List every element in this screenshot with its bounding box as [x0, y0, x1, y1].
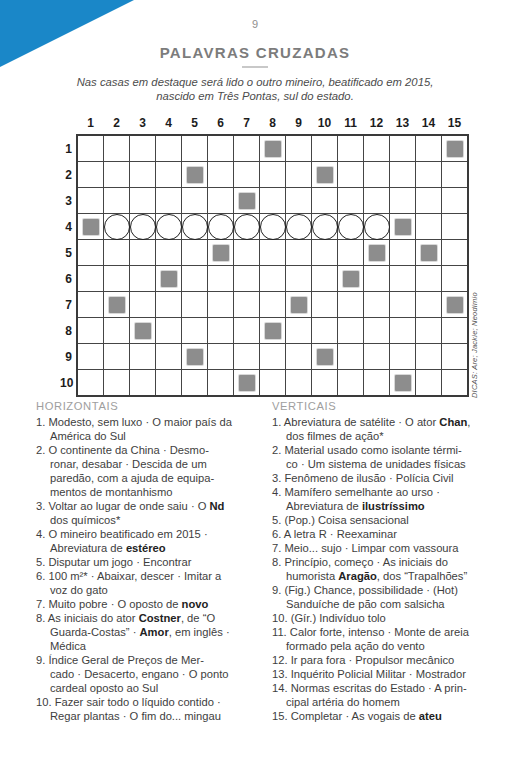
clue-number: 6.	[272, 528, 284, 540]
cell-r3-c4[interactable]	[156, 188, 181, 213]
cell-r3-c12[interactable]	[364, 188, 389, 213]
blocked-cell-marker	[291, 297, 307, 313]
cell-r10-c13	[390, 370, 415, 395]
cell-r5-c1[interactable]	[78, 240, 103, 265]
cell-r1-c8	[260, 136, 285, 161]
clue-number: 2.	[36, 444, 48, 456]
cell-r6-c3[interactable]	[130, 266, 155, 291]
clue-number: 13.	[272, 668, 291, 680]
clue-text: Calor forte, intenso · Monte de areia fo…	[286, 626, 469, 652]
column-label: 11	[338, 113, 363, 134]
cell-r2-c8[interactable]	[260, 162, 285, 187]
row-label: 6	[60, 266, 76, 292]
cell-r2-c15[interactable]	[442, 162, 467, 187]
clues-horizontais: HORIZONTAIS 1. Modesto, sem luxo · O mai…	[36, 400, 264, 723]
cell-r10-c7	[234, 370, 259, 395]
clue-number: 4.	[36, 528, 48, 540]
clue-text: Ir para fora · Propulsor mecânico	[291, 654, 455, 666]
cell-r9-c5	[182, 344, 207, 369]
cell-r6-c14[interactable]	[416, 266, 441, 291]
cell-r4-c7[interactable]	[234, 214, 259, 239]
highlight-circle	[364, 214, 390, 240]
cell-r1-c7[interactable]	[234, 136, 259, 161]
row-label: 2	[60, 162, 76, 188]
row-label: 5	[60, 240, 76, 266]
cell-r10-c2[interactable]	[104, 370, 129, 395]
clue-item: 7. Meio... sujo · Limpar com vassoura	[272, 541, 500, 555]
clue-text: Normas escritas do Estado · A prin- cipa…	[286, 682, 467, 708]
cell-r5-c3[interactable]	[130, 240, 155, 265]
clue-item: 10. (Gír.) Indivíduo tolo	[272, 611, 500, 625]
cell-r2-c11[interactable]	[338, 162, 363, 187]
cell-r7-c9	[286, 292, 311, 317]
clue-number: 6.	[36, 570, 48, 582]
cell-r4-c14[interactable]	[416, 214, 441, 239]
cell-r1-c14[interactable]	[416, 136, 441, 161]
clue-number: 9.	[36, 654, 48, 666]
column-label: 7	[234, 113, 259, 134]
cell-r7-c10[interactable]	[312, 292, 337, 317]
cell-r9-c13[interactable]	[390, 344, 415, 369]
clue-text: Abreviatura de satélite · O ator Chan, d…	[284, 416, 471, 442]
blocked-cell-marker	[395, 375, 411, 391]
cell-r4-c2[interactable]	[104, 214, 129, 239]
cell-r2-c1[interactable]	[78, 162, 103, 187]
row-label: 7	[60, 292, 76, 318]
cell-r5-c4[interactable]	[156, 240, 181, 265]
cell-r8-c12[interactable]	[364, 318, 389, 343]
cell-r4-c3[interactable]	[130, 214, 155, 239]
clues-verticais: VERTICAIS 1. Abreviatura de satélite · O…	[272, 400, 500, 723]
cell-r1-c15	[442, 136, 467, 161]
blocked-cell-marker	[265, 323, 281, 339]
blocked-cell-marker	[83, 219, 99, 235]
cell-r10-c4[interactable]	[156, 370, 181, 395]
cell-r6-c2[interactable]	[104, 266, 129, 291]
cell-r7-c13[interactable]	[390, 292, 415, 317]
clue-item: 13. Inquérito Policial Militar · Mostrad…	[272, 667, 500, 681]
clue-text: Completar · As vogais de ateu	[291, 710, 442, 722]
clue-item: 9. (Fig.) Chance, possibilidade · (Hot) …	[272, 583, 500, 611]
cell-r7-c11[interactable]	[338, 292, 363, 317]
clue-text: Material usado como isolante térmi- co ·…	[284, 444, 465, 470]
cell-r5-c14	[416, 240, 441, 265]
clues-verticais-header: VERTICAIS	[272, 400, 500, 412]
highlight-circle	[156, 214, 182, 240]
clue-number: 5.	[272, 514, 284, 526]
clue-number: 7.	[36, 598, 48, 610]
cell-r1-c6[interactable]	[208, 136, 233, 161]
cell-r6-c8[interactable]	[260, 266, 285, 291]
cell-r8-c2[interactable]	[104, 318, 129, 343]
clue-text: O mineiro beatificado em 2015 · Abreviat…	[48, 528, 207, 554]
cell-r1-c5[interactable]	[182, 136, 207, 161]
cell-r4-c11[interactable]	[338, 214, 363, 239]
cell-r2-c6[interactable]	[208, 162, 233, 187]
cell-r5-c6	[208, 240, 233, 265]
cell-r8-c3	[130, 318, 155, 343]
cell-r3-c13[interactable]	[390, 188, 415, 213]
clue-item: 1. Abreviatura de satélite · O ator Chan…	[272, 415, 500, 443]
cell-r7-c1[interactable]	[78, 292, 103, 317]
clue-text: (Pop.) Coisa sensacional	[284, 514, 408, 526]
cell-r3-c14[interactable]	[416, 188, 441, 213]
highlight-circle	[260, 214, 286, 240]
blocked-cell-marker	[421, 245, 437, 261]
clue-number: 9.	[272, 584, 284, 596]
cell-r9-c15[interactable]	[442, 344, 467, 369]
cell-r7-c8[interactable]	[260, 292, 285, 317]
cell-r3-c1[interactable]	[78, 188, 103, 213]
blocked-cell-marker	[343, 271, 359, 287]
row-label: 10	[60, 370, 76, 396]
cell-r8-c10[interactable]	[312, 318, 337, 343]
cell-r8-c11[interactable]	[338, 318, 363, 343]
clue-text: O continente da China · Desmo- ronar, de…	[48, 444, 214, 498]
cell-r10-c9[interactable]	[286, 370, 311, 395]
cell-r2-c9[interactable]	[286, 162, 311, 187]
cell-r1-c9[interactable]	[286, 136, 311, 161]
cell-r1-c13[interactable]	[390, 136, 415, 161]
cell-r3-c15[interactable]	[442, 188, 467, 213]
cell-r4-c8[interactable]	[260, 214, 285, 239]
cell-r3-c5[interactable]	[182, 188, 207, 213]
cell-r9-c8[interactable]	[260, 344, 285, 369]
clue-item: 14. Normas escritas do Estado · A prin- …	[272, 681, 500, 709]
puzzle-instruction: Nas casas em destaque será lido o outro …	[0, 75, 510, 103]
cell-r8-c6[interactable]	[208, 318, 233, 343]
clue-item: 2. O continente da China · Desmo- ronar,…	[36, 443, 264, 499]
cell-r2-c14[interactable]	[416, 162, 441, 187]
clue-text: Fenômeno de ilusão · Polícia Civil	[284, 472, 453, 484]
blocked-cell-marker	[161, 271, 177, 287]
clue-number: 12.	[272, 654, 291, 666]
blocked-cell-marker	[369, 245, 385, 261]
cell-r1-c1[interactable]	[78, 136, 103, 161]
cell-r4-c12[interactable]	[364, 214, 389, 239]
column-label: 10	[312, 113, 337, 134]
clue-number: 10.	[272, 612, 291, 624]
column-label: 13	[390, 113, 415, 134]
clue-number: 10.	[36, 696, 55, 708]
row-labels: 12345678910	[60, 134, 76, 397]
clue-item: 7. Muito pobre · O oposto de novo	[36, 597, 264, 611]
cell-r9-c14[interactable]	[416, 344, 441, 369]
clue-text: Princípio, começo · As iniciais do humor…	[284, 556, 467, 582]
clue-number: 14.	[272, 682, 291, 694]
cell-r3-c7	[234, 188, 259, 213]
cell-r9-c2[interactable]	[104, 344, 129, 369]
clue-number: 7.	[272, 542, 284, 554]
cell-r7-c5[interactable]	[182, 292, 207, 317]
cell-r7-c12[interactable]	[364, 292, 389, 317]
clue-item: 15. Completar · As vogais de ateu	[272, 709, 500, 723]
column-label: 6	[208, 113, 233, 134]
highlight-circle	[338, 214, 364, 240]
cell-r7-c7[interactable]	[234, 292, 259, 317]
cell-r5-c7[interactable]	[234, 240, 259, 265]
cell-r5-c8[interactable]	[260, 240, 285, 265]
column-label: 1	[78, 113, 103, 134]
clue-number: 3.	[36, 500, 48, 512]
cell-r4-c9[interactable]	[286, 214, 311, 239]
clue-number: 5.	[36, 556, 48, 568]
cell-r4-c6[interactable]	[208, 214, 233, 239]
cell-r6-c12[interactable]	[364, 266, 389, 291]
clue-number: 8.	[272, 556, 284, 568]
clue-text: 100 m²* · Abaixar, descer · Imitar a voz…	[48, 570, 221, 596]
cell-r3-c11[interactable]	[338, 188, 363, 213]
clue-item: 5. (Pop.) Coisa sensacional	[272, 513, 500, 527]
cell-r6-c4	[156, 266, 181, 291]
blocked-cell-marker	[239, 193, 255, 209]
cell-r5-c9[interactable]	[286, 240, 311, 265]
clue-text: Fazer sair todo o líquido contido · Rega…	[50, 696, 221, 722]
page-number: 9	[0, 18, 510, 30]
cell-r6-c7[interactable]	[234, 266, 259, 291]
cell-r4-c13	[390, 214, 415, 239]
clues-section: HORIZONTAIS 1. Modesto, sem luxo · O mai…	[36, 400, 500, 723]
clue-text: Modesto, sem luxo · O maior país da Amér…	[48, 416, 231, 442]
cell-r6-c5[interactable]	[182, 266, 207, 291]
clue-number: 8.	[36, 612, 48, 624]
clue-number: 1.	[36, 416, 48, 428]
cell-r6-c15[interactable]	[442, 266, 467, 291]
clue-text: As iniciais do ator Costner, de “O Guard…	[48, 612, 230, 652]
blocked-cell-marker	[213, 245, 229, 261]
cell-r9-c3[interactable]	[130, 344, 155, 369]
cell-r1-c12[interactable]	[364, 136, 389, 161]
cell-r7-c15	[442, 292, 467, 317]
cell-r5-c13[interactable]	[390, 240, 415, 265]
cell-r10-c15[interactable]	[442, 370, 467, 395]
column-label: 15	[442, 113, 467, 134]
clue-number: 1.	[272, 416, 284, 428]
cell-r5-c15[interactable]	[442, 240, 467, 265]
blocked-cell-marker	[135, 323, 151, 339]
row-label: 1	[60, 136, 76, 162]
clue-text: Voltar ao lugar de onde saiu · O Nd dos …	[48, 500, 224, 526]
clue-item: 8. As iniciais do ator Costner, de “O Gu…	[36, 611, 264, 653]
blocked-cell-marker	[395, 219, 411, 235]
blocked-cell-marker	[187, 349, 203, 365]
cell-r6-c13[interactable]	[390, 266, 415, 291]
clue-text: Inquérito Policial Militar · Mostrador	[291, 668, 466, 680]
cell-r3-c6[interactable]	[208, 188, 233, 213]
cell-r9-c11[interactable]	[338, 344, 363, 369]
cell-r10-c1[interactable]	[78, 370, 103, 395]
clue-text: (Gír.) Indivíduo tolo	[291, 612, 386, 624]
column-label: 9	[286, 113, 311, 134]
cell-r2-c13[interactable]	[390, 162, 415, 187]
cell-r1-c10[interactable]	[312, 136, 337, 161]
blocked-cell-marker	[109, 297, 125, 313]
clue-text: Meio... sujo · Limpar com vassoura	[284, 542, 458, 554]
row-label: 8	[60, 318, 76, 344]
highlight-circle	[234, 214, 260, 240]
blocked-cell-marker	[187, 167, 203, 183]
cell-r8-c7[interactable]	[234, 318, 259, 343]
cell-r8-c14[interactable]	[416, 318, 441, 343]
cell-r6-c10[interactable]	[312, 266, 337, 291]
highlight-circle	[104, 214, 130, 240]
highlight-circle	[208, 214, 234, 240]
clue-text: Disputar um jogo · Encontrar	[48, 556, 191, 568]
cell-r7-c2	[104, 292, 129, 317]
credits-text: DICAS: Are; Jackie; Neodímio	[470, 264, 482, 398]
clue-item: 6. 100 m²* · Abaixar, descer · Imitar a …	[36, 569, 264, 597]
cell-r3-c9[interactable]	[286, 188, 311, 213]
blocked-cell-marker	[265, 141, 281, 157]
blocked-cell-marker	[447, 141, 463, 157]
cell-r10-c6[interactable]	[208, 370, 233, 395]
clues-horizontais-header: HORIZONTAIS	[36, 400, 264, 412]
column-label: 14	[416, 113, 441, 134]
cell-r10-c8[interactable]	[260, 370, 285, 395]
cell-r10-c11[interactable]	[338, 370, 363, 395]
clue-item: 2. Material usado como isolante térmi- c…	[272, 443, 500, 471]
cell-r8-c15[interactable]	[442, 318, 467, 343]
cell-r9-c1[interactable]	[78, 344, 103, 369]
cell-r7-c14[interactable]	[416, 292, 441, 317]
cell-r5-c5[interactable]	[182, 240, 207, 265]
blocked-cell-marker	[239, 375, 255, 391]
cell-r10-c3[interactable]	[130, 370, 155, 395]
cell-r6-c9[interactable]	[286, 266, 311, 291]
cell-r2-c5	[182, 162, 207, 187]
blocked-cell-marker	[447, 297, 463, 313]
cell-r5-c12	[364, 240, 389, 265]
cell-r4-c1	[78, 214, 103, 239]
column-label: 3	[130, 113, 155, 134]
clue-number: 15.	[272, 710, 291, 722]
clue-item: 4. Mamífero semelhante ao urso · Abrevia…	[272, 485, 500, 513]
cell-r3-c3[interactable]	[130, 188, 155, 213]
cell-r10-c5[interactable]	[182, 370, 207, 395]
cell-r3-c2[interactable]	[104, 188, 129, 213]
clue-item: 3. Voltar ao lugar de onde saiu · O Nd d…	[36, 499, 264, 527]
cell-r9-c12[interactable]	[364, 344, 389, 369]
clue-item: 4. O mineiro beatificado em 2015 · Abrev…	[36, 527, 264, 555]
cell-r1-c2[interactable]	[104, 136, 129, 161]
cell-r3-c8[interactable]	[260, 188, 285, 213]
clue-text: Índice Geral de Preços de Mer- cado · De…	[48, 654, 228, 694]
cell-r5-c10[interactable]	[312, 240, 337, 265]
clue-item: 6. A letra R · Reexaminar	[272, 527, 500, 541]
clue-item: 8. Princípio, começo · As iniciais do hu…	[272, 555, 500, 583]
clue-text: Muito pobre · O oposto de novo	[48, 598, 208, 610]
blocked-cell-marker	[317, 349, 333, 365]
cell-r6-c1[interactable]	[78, 266, 103, 291]
column-label: 12	[364, 113, 389, 134]
clue-number: 4.	[272, 486, 284, 498]
clue-item: 1. Modesto, sem luxo · O maior país da A…	[36, 415, 264, 443]
page-title: PALAVRAS CRUZADAS	[0, 44, 510, 61]
cell-r2-c3[interactable]	[130, 162, 155, 187]
cell-r7-c4[interactable]	[156, 292, 181, 317]
clue-item: 11. Calor forte, intenso · Monte de arei…	[272, 625, 500, 653]
cell-r1-c4[interactable]	[156, 136, 181, 161]
clue-number: 11.	[272, 626, 290, 638]
cell-r8-c9[interactable]	[286, 318, 311, 343]
cell-r7-c6[interactable]	[208, 292, 233, 317]
clue-text: A letra R · Reexaminar	[284, 528, 397, 540]
crossword-area: 123456789101112131415 12345678910	[60, 113, 469, 397]
column-label: 2	[104, 113, 129, 134]
cell-r4-c10[interactable]	[312, 214, 337, 239]
row-label: 4	[60, 214, 76, 240]
row-label: 9	[60, 344, 76, 370]
blocked-cell-marker	[317, 167, 333, 183]
crossword-grid	[76, 134, 469, 397]
cell-r8-c5[interactable]	[182, 318, 207, 343]
clue-text: (Fig.) Chance, possibilidade · (Hot) San…	[284, 584, 457, 610]
highlight-circle	[130, 214, 156, 240]
cell-r9-c9[interactable]	[286, 344, 311, 369]
cell-r4-c4[interactable]	[156, 214, 181, 239]
cell-r1-c11[interactable]	[338, 136, 363, 161]
cell-r2-c4[interactable]	[156, 162, 181, 187]
clue-number: 3.	[272, 472, 284, 484]
cell-r2-c2[interactable]	[104, 162, 129, 187]
cell-r4-c5[interactable]	[182, 214, 207, 239]
cell-r9-c4[interactable]	[156, 344, 181, 369]
clue-item: 12. Ir para fora · Propulsor mecânico	[272, 653, 500, 667]
cell-r6-c6[interactable]	[208, 266, 233, 291]
cell-r5-c2[interactable]	[104, 240, 129, 265]
cell-r2-c7[interactable]	[234, 162, 259, 187]
cell-r10-c10[interactable]	[312, 370, 337, 395]
column-label: 8	[260, 113, 285, 134]
clue-item: 5. Disputar um jogo · Encontrar	[36, 555, 264, 569]
cell-r2-c12[interactable]	[364, 162, 389, 187]
cell-r3-c10[interactable]	[312, 188, 337, 213]
clue-text: Mamífero semelhante ao urso · Abreviatur…	[284, 486, 439, 512]
cell-r10-c12[interactable]	[364, 370, 389, 395]
cell-r6-c11	[338, 266, 363, 291]
highlight-circle	[312, 214, 338, 240]
clue-item: 3. Fenômeno de ilusão · Polícia Civil	[272, 471, 500, 485]
cell-r9-c7[interactable]	[234, 344, 259, 369]
cell-r8-c1[interactable]	[78, 318, 103, 343]
cell-r1-c3[interactable]	[130, 136, 155, 161]
clue-number: 2.	[272, 444, 284, 456]
cell-r9-c10	[312, 344, 337, 369]
cell-r5-c11[interactable]	[338, 240, 363, 265]
highlight-circle	[286, 214, 312, 240]
title-underline	[242, 66, 268, 68]
row-label: 3	[60, 188, 76, 214]
cell-r2-c10	[312, 162, 337, 187]
clue-item: 10. Fazer sair todo o líquido contido · …	[36, 695, 264, 723]
cell-r10-c14[interactable]	[416, 370, 441, 395]
column-labels: 123456789101112131415	[76, 113, 469, 134]
clues-horizontais-list: 1. Modesto, sem luxo · O maior país da A…	[36, 415, 264, 723]
cell-r8-c13[interactable]	[390, 318, 415, 343]
cell-r9-c6[interactable]	[208, 344, 233, 369]
cell-r4-c15[interactable]	[442, 214, 467, 239]
clues-verticais-list: 1. Abreviatura de satélite · O ator Chan…	[272, 415, 500, 723]
clue-item: 9. Índice Geral de Preços de Mer- cado ·…	[36, 653, 264, 695]
cell-r8-c8	[260, 318, 285, 343]
column-label: 4	[156, 113, 181, 134]
column-label: 5	[182, 113, 207, 134]
cell-r7-c3[interactable]	[130, 292, 155, 317]
cell-r8-c4[interactable]	[156, 318, 181, 343]
highlight-circle	[182, 214, 208, 240]
